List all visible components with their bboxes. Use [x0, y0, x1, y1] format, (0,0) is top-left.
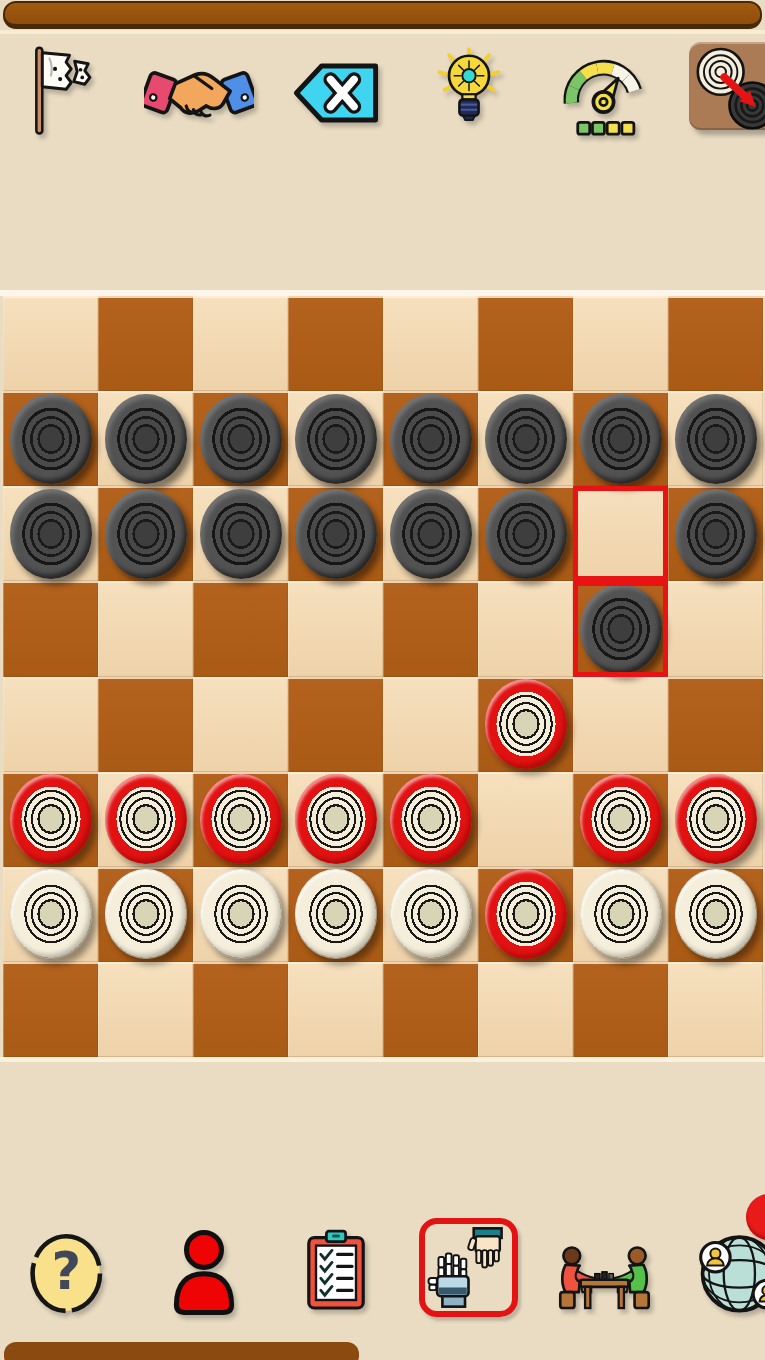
square-d1[interactable] [288, 962, 383, 1057]
hint-button[interactable] [432, 42, 506, 142]
black-piece[interactable] [580, 584, 662, 674]
square-a4[interactable] [3, 677, 98, 772]
square-h8[interactable] [668, 296, 763, 391]
square-a1[interactable] [3, 962, 98, 1057]
square-g1[interactable] [573, 962, 668, 1057]
black-piece[interactable] [200, 394, 282, 484]
surrender-flag-icon [27, 40, 112, 142]
square-f1[interactable] [478, 962, 573, 1057]
bottom-chrome-bar [4, 1342, 359, 1360]
square-h1[interactable] [668, 962, 763, 1057]
white-piece[interactable] [580, 869, 662, 959]
square-d5[interactable] [288, 581, 383, 676]
black-piece[interactable] [485, 489, 567, 579]
square-e1[interactable] [383, 962, 478, 1057]
black-piece[interactable] [675, 489, 757, 579]
square-a8[interactable] [3, 296, 98, 391]
difficulty-button[interactable] [556, 45, 651, 137]
square-c2[interactable] [193, 867, 288, 962]
square-c6[interactable] [193, 486, 288, 581]
square-g2[interactable] [573, 867, 668, 962]
backspace-x-icon [291, 54, 381, 132]
white-piece[interactable] [10, 774, 92, 864]
robot-vs-human-hands-icon [425, 1224, 512, 1311]
square-g8[interactable] [573, 296, 668, 391]
square-d4[interactable] [288, 677, 383, 772]
square-g3[interactable] [573, 772, 668, 867]
square-d7[interactable] [288, 391, 383, 486]
white-piece[interactable] [105, 774, 187, 864]
square-e8[interactable] [383, 296, 478, 391]
online-play-button[interactable] [690, 1226, 765, 1318]
square-c3[interactable] [193, 772, 288, 867]
white-piece[interactable] [485, 869, 567, 959]
black-piece[interactable] [580, 394, 662, 484]
square-e6[interactable] [383, 486, 478, 581]
square-b4[interactable] [98, 677, 193, 772]
square-a7[interactable] [3, 391, 98, 486]
square-a2[interactable] [3, 867, 98, 962]
switch-side-target-icon [689, 42, 765, 130]
square-a6[interactable] [3, 486, 98, 581]
player-person-icon [158, 1224, 250, 1320]
top-chrome-bar [3, 1, 762, 29]
square-d8[interactable] [288, 296, 383, 391]
white-piece[interactable] [105, 869, 187, 959]
square-d6[interactable] [288, 486, 383, 581]
board [3, 296, 763, 1057]
square-g4[interactable] [573, 677, 668, 772]
white-piece[interactable] [10, 869, 92, 959]
square-h3[interactable] [668, 772, 763, 867]
handshake-icon [144, 50, 254, 138]
white-piece[interactable] [485, 679, 567, 769]
square-h6[interactable] [668, 486, 763, 581]
svg-text:?: ? [51, 1242, 81, 1301]
white-piece[interactable] [580, 774, 662, 864]
square-h4[interactable] [668, 677, 763, 772]
square-h2[interactable] [668, 867, 763, 962]
square-a5[interactable] [3, 581, 98, 676]
square-e7[interactable] [383, 391, 478, 486]
square-c1[interactable] [193, 962, 288, 1057]
undo-button[interactable] [291, 54, 381, 132]
black-piece[interactable] [105, 489, 187, 579]
black-piece[interactable] [105, 394, 187, 484]
square-f3[interactable] [478, 772, 573, 867]
black-piece[interactable] [295, 394, 377, 484]
help-button[interactable]: ? [28, 1229, 110, 1319]
square-b5[interactable] [98, 581, 193, 676]
square-e5[interactable] [383, 581, 478, 676]
square-d3[interactable] [288, 772, 383, 867]
white-piece[interactable] [200, 774, 282, 864]
square-f7[interactable] [478, 391, 573, 486]
black-piece[interactable] [295, 489, 377, 579]
square-c8[interactable] [193, 296, 288, 391]
vs-computer-mode-button[interactable] [419, 1218, 518, 1317]
black-piece[interactable] [10, 394, 92, 484]
white-piece[interactable] [295, 774, 377, 864]
white-piece[interactable] [295, 869, 377, 959]
square-e4[interactable] [383, 677, 478, 772]
square-f5[interactable] [478, 581, 573, 676]
square-d2[interactable] [288, 867, 383, 962]
resign-button[interactable] [27, 40, 112, 142]
move-list-button[interactable] [296, 1222, 376, 1322]
square-g7[interactable] [573, 391, 668, 486]
offer-draw-button[interactable] [144, 50, 254, 138]
checklist-clipboard-icon [296, 1222, 376, 1322]
side-select-button[interactable] [689, 42, 765, 130]
top-bar-highlight-strip [0, 30, 765, 34]
square-b7[interactable] [98, 391, 193, 486]
black-piece[interactable] [200, 489, 282, 579]
square-g6[interactable] [573, 486, 668, 581]
board-bottom-edge [0, 1057, 765, 1062]
black-piece[interactable] [675, 394, 757, 484]
white-piece[interactable] [675, 774, 757, 864]
square-c7[interactable] [193, 391, 288, 486]
question-mark-icon: ? [28, 1229, 110, 1319]
square-g5[interactable] [573, 581, 668, 676]
app-screen: ? [0, 0, 765, 1360]
white-piece[interactable] [390, 869, 472, 959]
idea-bulb-icon [432, 42, 506, 142]
square-e2[interactable] [383, 867, 478, 962]
square-f4[interactable] [478, 677, 573, 772]
square-c5[interactable] [193, 581, 288, 676]
black-piece[interactable] [485, 394, 567, 484]
square-f2[interactable] [478, 867, 573, 962]
square-e3[interactable] [383, 772, 478, 867]
globe-players-icon [690, 1226, 765, 1318]
square-b1[interactable] [98, 962, 193, 1057]
white-piece[interactable] [390, 774, 472, 864]
black-piece[interactable] [390, 394, 472, 484]
square-b2[interactable] [98, 867, 193, 962]
square-f8[interactable] [478, 296, 573, 391]
level-gauge-icon [556, 45, 651, 137]
square-a3[interactable] [3, 772, 98, 867]
black-piece[interactable] [390, 489, 472, 579]
square-h7[interactable] [668, 391, 763, 486]
profile-button[interactable] [158, 1224, 250, 1320]
black-piece[interactable] [10, 489, 92, 579]
players-at-table-icon [552, 1232, 657, 1316]
square-h5[interactable] [668, 581, 763, 676]
white-piece[interactable] [200, 869, 282, 959]
square-b8[interactable] [98, 296, 193, 391]
two-players-button[interactable] [552, 1232, 657, 1316]
square-f6[interactable] [478, 486, 573, 581]
square-b3[interactable] [98, 772, 193, 867]
square-c4[interactable] [193, 677, 288, 772]
square-b6[interactable] [98, 486, 193, 581]
white-piece[interactable] [675, 869, 757, 959]
